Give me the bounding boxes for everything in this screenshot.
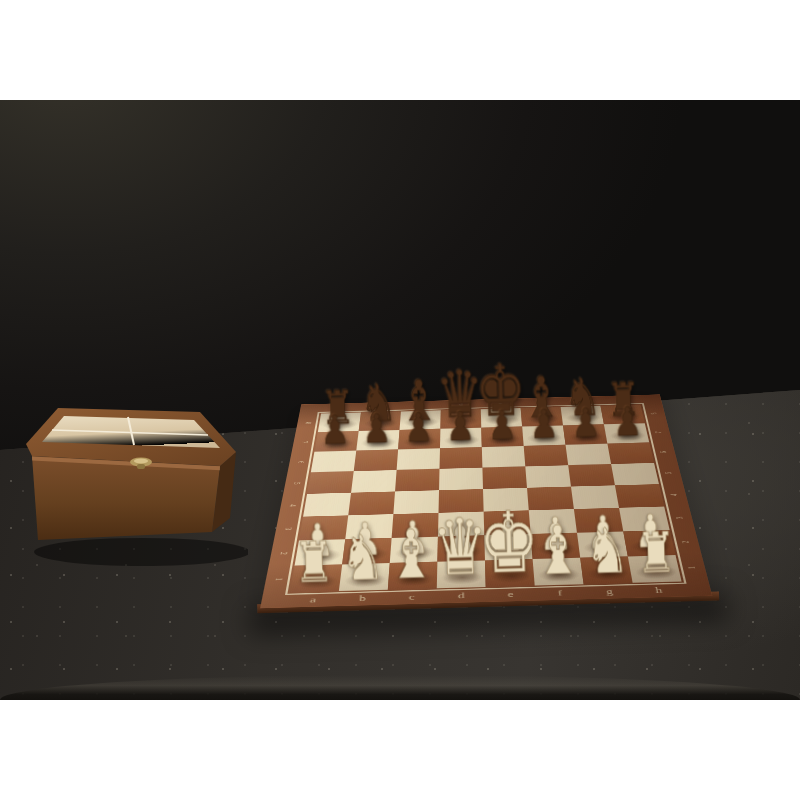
square-g6[interactable] <box>566 444 612 466</box>
file-label-e-far: e <box>499 401 502 405</box>
piece-black-pawn-e7[interactable]: ♟ <box>487 405 517 446</box>
square-c7[interactable]: ♟ <box>398 429 440 450</box>
piece-white-rook-a1[interactable]: ♜ <box>293 534 334 591</box>
rank-label-6-right: 6 <box>658 451 668 453</box>
square-h6[interactable] <box>607 442 654 463</box>
rank-label-4-left: 4 <box>288 504 299 507</box>
file-label-h-near: h <box>654 585 663 595</box>
square-d6[interactable] <box>440 447 483 469</box>
square-b1[interactable]: ♞ <box>339 563 390 591</box>
file-label-b-near: b <box>359 594 367 604</box>
piece-white-rook-h1[interactable]: ♜ <box>635 525 676 582</box>
square-b6[interactable] <box>354 449 398 471</box>
square-e1[interactable]: ♚ <box>485 559 535 587</box>
piece-black-pawn-b7[interactable]: ♟ <box>362 409 392 450</box>
rank-label-3-left: 3 <box>283 527 294 530</box>
chessboard-tilt-wrapper: ♜♞♝♛♚♝♞♜♟♟♟♟♟♟♟♟♟♟♟♟♟♟♟♟♜♞♝♛♚♝♞♜ aabbccd… <box>0 100 800 700</box>
rank-label-8-right: 8 <box>649 412 659 414</box>
file-label-b-far: b <box>379 405 383 409</box>
square-g7[interactable]: ♟ <box>563 424 607 445</box>
square-h7[interactable]: ♟ <box>604 423 649 444</box>
file-label-a-near: a <box>309 595 316 605</box>
square-d7[interactable]: ♟ <box>440 428 482 449</box>
square-e7[interactable]: ♟ <box>481 427 523 448</box>
chessboard-3d-scene: ♜♞♝♛♚♝♞♜♟♟♟♟♟♟♟♟♟♟♟♟♟♟♟♟♜♞♝♛♚♝♞♜ aabbccd… <box>260 394 712 608</box>
rank-label-5-left: 5 <box>292 482 302 484</box>
piece-black-pawn-g7[interactable]: ♟ <box>571 403 601 444</box>
rank-label-3-right: 3 <box>674 516 685 519</box>
file-label-f-near: f <box>557 588 562 598</box>
rank-label-7-left: 7 <box>300 441 310 443</box>
piece-black-pawn-f7[interactable]: ♟ <box>529 404 559 445</box>
piece-black-pawn-a7[interactable]: ♟ <box>320 410 350 451</box>
letterbox-top <box>0 0 800 100</box>
rank-label-5-right: 5 <box>663 472 673 474</box>
piece-white-knight-g1[interactable]: ♞ <box>584 519 630 582</box>
square-c1[interactable]: ♝ <box>388 562 438 590</box>
square-e5[interactable] <box>482 466 527 489</box>
rank-label-1-left: 1 <box>273 578 284 581</box>
square-a5[interactable] <box>307 471 354 494</box>
piece-black-pawn-h7[interactable]: ♟ <box>613 402 643 443</box>
file-label-f-far: f <box>539 400 542 404</box>
square-f6[interactable] <box>524 445 569 467</box>
square-a6[interactable] <box>311 451 356 473</box>
square-e6[interactable] <box>482 446 525 468</box>
rank-label-2-right: 2 <box>680 541 691 544</box>
file-label-a-far: a <box>340 406 344 410</box>
file-label-c-far: c <box>419 404 422 408</box>
file-label-e-near: e <box>507 590 513 600</box>
file-label-d-far: d <box>459 403 463 407</box>
chess-set-photo: ♜♞♝♛♚♝♞♜♟♟♟♟♟♟♟♟♟♟♟♟♟♟♟♟♜♞♝♛♚♝♞♜ aabbccd… <box>0 0 800 800</box>
rank-label-2-left: 2 <box>278 552 289 555</box>
square-a1[interactable]: ♜ <box>290 564 342 592</box>
piece-white-king-e1[interactable]: ♚ <box>478 500 541 586</box>
square-a7[interactable]: ♟ <box>314 431 358 452</box>
piece-black-pawn-d7[interactable]: ♟ <box>445 407 475 448</box>
file-label-g-far: g <box>578 399 582 403</box>
square-d5[interactable] <box>439 468 483 491</box>
rank-label-8-left: 8 <box>304 422 314 424</box>
rank-label-7-right: 7 <box>653 431 663 433</box>
piece-white-bishop-c1[interactable]: ♝ <box>387 520 437 588</box>
chessboard-frame: ♜♞♝♛♚♝♞♜♟♟♟♟♟♟♟♟♟♟♟♟♟♟♟♟♜♞♝♛♚♝♞♜ aabbccd… <box>260 394 712 608</box>
square-b7[interactable]: ♟ <box>356 430 399 451</box>
square-h5[interactable] <box>611 463 659 486</box>
piece-black-pawn-c7[interactable]: ♟ <box>404 408 434 449</box>
square-c5[interactable] <box>395 469 439 492</box>
square-f7[interactable]: ♟ <box>522 425 565 446</box>
product-photo: ♜♞♝♛♚♝♞♜♟♟♟♟♟♟♟♟♟♟♟♟♟♟♟♟♜♞♝♛♚♝♞♜ aabbccd… <box>0 100 800 700</box>
rank-label-6-left: 6 <box>296 461 306 463</box>
piece-white-bishop-f1[interactable]: ♝ <box>533 516 583 584</box>
file-label-h-far: h <box>617 398 621 402</box>
square-h1[interactable]: ♜ <box>628 555 682 583</box>
chessboard-squares: ♜♞♝♛♚♝♞♜♟♟♟♟♟♟♟♟♟♟♟♟♟♟♟♟♜♞♝♛♚♝♞♜ <box>290 405 682 593</box>
letterbox-bottom <box>0 700 800 800</box>
square-g5[interactable] <box>568 464 615 487</box>
file-label-d-near: d <box>458 591 465 601</box>
square-b5[interactable] <box>351 470 397 493</box>
piece-white-knight-b1[interactable]: ♞ <box>339 526 385 589</box>
square-c6[interactable] <box>397 448 440 470</box>
rank-label-1-right: 1 <box>686 566 698 569</box>
file-label-c-near: c <box>409 592 415 602</box>
square-f5[interactable] <box>525 465 571 488</box>
square-g1[interactable]: ♞ <box>580 556 632 584</box>
square-f1[interactable]: ♝ <box>533 558 584 586</box>
file-label-g-near: g <box>605 587 613 597</box>
rank-label-4-right: 4 <box>668 494 679 497</box>
